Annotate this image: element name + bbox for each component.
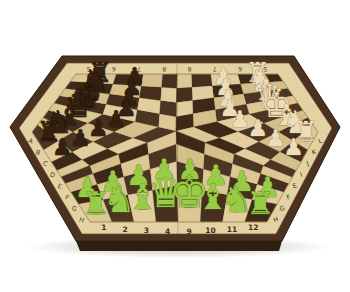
board-cell [177,87,193,102]
piece-dark-brown-pawn: ♟ [106,106,127,132]
board-cell [191,74,212,87]
piece-green-rook: ♜ [82,185,110,221]
board-box-side [76,241,282,251]
coordinate-label: 2 [123,225,128,234]
coordinate-label: 3 [144,226,149,235]
piece-dark-brown-pawn: ♟ [88,115,109,141]
board-cell [162,74,177,88]
coordinate-label: 12 [248,223,258,232]
coordinate-label: 6 [238,66,242,73]
piece-dark-brown-pawn: ♟ [52,134,73,160]
coordinate-label: 8 [162,66,166,73]
piece-green-rook: ♜ [246,185,274,221]
coordinate-label: 6 [112,66,116,73]
board-cell [160,101,177,117]
chessboard: 12349101112ABCDEFGHHGFEIJKL56788765♜♜♟♟♞… [0,0,350,292]
board-cell [161,87,177,102]
coordinate-label: 10 [205,226,215,235]
coordinate-label: 9 [186,227,191,236]
three-player-chess-photo: 12349101112ABCDEFGHHGFEIJKL56788765♜♜♟♟♞… [0,0,350,292]
board-cell [177,74,192,88]
piece-dark-brown-pawn: ♟ [70,125,91,151]
coordinate-label: 4 [165,227,170,236]
coordinate-label: 11 [227,225,237,234]
coordinate-label: 8 [188,66,192,73]
coordinate-label: 1 [101,223,106,232]
piece-cream-white-pawn: ♟ [283,134,304,160]
